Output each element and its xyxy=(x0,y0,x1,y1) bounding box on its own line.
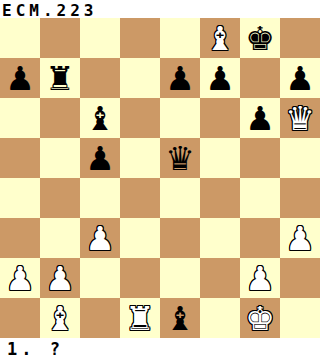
square-h3[interactable]: ♟ xyxy=(280,218,320,258)
square-g1[interactable]: ♚ xyxy=(240,298,280,338)
square-h6[interactable]: ♛ xyxy=(280,98,320,138)
square-d5[interactable] xyxy=(120,138,160,178)
square-e3[interactable] xyxy=(160,218,200,258)
piece-black-bishop-e1: ♝ xyxy=(160,298,200,338)
square-b4[interactable] xyxy=(40,178,80,218)
square-c5[interactable]: ♟ xyxy=(80,138,120,178)
square-a7[interactable]: ♟ xyxy=(0,58,40,98)
piece-white-pawn-h3: ♟ xyxy=(280,218,320,258)
square-d1[interactable]: ♜ xyxy=(120,298,160,338)
square-f6[interactable] xyxy=(200,98,240,138)
square-c4[interactable] xyxy=(80,178,120,218)
square-e1[interactable]: ♝ xyxy=(160,298,200,338)
square-a6[interactable] xyxy=(0,98,40,138)
square-g3[interactable] xyxy=(240,218,280,258)
square-e7[interactable]: ♟ xyxy=(160,58,200,98)
square-a1[interactable] xyxy=(0,298,40,338)
square-f3[interactable] xyxy=(200,218,240,258)
square-e8[interactable] xyxy=(160,18,200,58)
square-a4[interactable] xyxy=(0,178,40,218)
square-e6[interactable] xyxy=(160,98,200,138)
piece-black-pawn-e7: ♟ xyxy=(160,58,200,98)
square-e2[interactable] xyxy=(160,258,200,298)
square-a3[interactable] xyxy=(0,218,40,258)
square-c6[interactable]: ♝ xyxy=(80,98,120,138)
square-b2[interactable]: ♟ xyxy=(40,258,80,298)
square-f5[interactable] xyxy=(200,138,240,178)
square-a2[interactable]: ♟ xyxy=(0,258,40,298)
square-b1[interactable]: ♝ xyxy=(40,298,80,338)
square-f7[interactable]: ♟ xyxy=(200,58,240,98)
square-b8[interactable] xyxy=(40,18,80,58)
piece-white-king-g1: ♚ xyxy=(240,298,280,338)
square-g8[interactable]: ♚ xyxy=(240,18,280,58)
square-b3[interactable] xyxy=(40,218,80,258)
square-h5[interactable] xyxy=(280,138,320,178)
chess-board: ♝♚♟♜♟♟♟♝♟♛♟♛♟♟♟♟♟♝♜♝♚ xyxy=(0,18,320,338)
chess-program-screen: { "game": "chess", "title": "ECM.223", "… xyxy=(0,0,320,360)
piece-white-pawn-g2: ♟ xyxy=(240,258,280,298)
piece-white-pawn-c3: ♟ xyxy=(80,218,120,258)
square-d8[interactable] xyxy=(120,18,160,58)
piece-white-bishop-b1: ♝ xyxy=(40,298,80,338)
square-h2[interactable] xyxy=(280,258,320,298)
piece-white-pawn-b2: ♟ xyxy=(40,258,80,298)
square-d6[interactable] xyxy=(120,98,160,138)
piece-black-rook-b7: ♜ xyxy=(40,58,80,98)
move-prompt: 1. ? xyxy=(7,339,64,359)
piece-black-pawn-g6: ♟ xyxy=(240,98,280,138)
square-d4[interactable] xyxy=(120,178,160,218)
square-a8[interactable] xyxy=(0,18,40,58)
square-b6[interactable] xyxy=(40,98,80,138)
piece-black-pawn-a7: ♟ xyxy=(0,58,40,98)
square-f1[interactable] xyxy=(200,298,240,338)
square-c8[interactable] xyxy=(80,18,120,58)
piece-black-pawn-c5: ♟ xyxy=(80,138,120,178)
square-h4[interactable] xyxy=(280,178,320,218)
square-d3[interactable] xyxy=(120,218,160,258)
piece-black-pawn-f7: ♟ xyxy=(200,58,240,98)
square-e4[interactable] xyxy=(160,178,200,218)
square-h1[interactable] xyxy=(280,298,320,338)
piece-black-king-g8: ♚ xyxy=(240,18,280,58)
square-g4[interactable] xyxy=(240,178,280,218)
square-f8[interactable]: ♝ xyxy=(200,18,240,58)
piece-black-pawn-h7: ♟ xyxy=(280,58,320,98)
square-f4[interactable] xyxy=(200,178,240,218)
square-d2[interactable] xyxy=(120,258,160,298)
square-c7[interactable] xyxy=(80,58,120,98)
square-a5[interactable] xyxy=(0,138,40,178)
square-g7[interactable] xyxy=(240,58,280,98)
square-g2[interactable]: ♟ xyxy=(240,258,280,298)
piece-white-rook-d1: ♜ xyxy=(120,298,160,338)
square-e5[interactable]: ♛ xyxy=(160,138,200,178)
square-h8[interactable] xyxy=(280,18,320,58)
square-f2[interactable] xyxy=(200,258,240,298)
piece-white-bishop-f8: ♝ xyxy=(200,18,240,58)
piece-black-queen-e5: ♛ xyxy=(160,138,200,178)
square-c3[interactable]: ♟ xyxy=(80,218,120,258)
square-g5[interactable] xyxy=(240,138,280,178)
square-c2[interactable] xyxy=(80,258,120,298)
square-d7[interactable] xyxy=(120,58,160,98)
piece-white-pawn-a2: ♟ xyxy=(0,258,40,298)
square-g6[interactable]: ♟ xyxy=(240,98,280,138)
square-c1[interactable] xyxy=(80,298,120,338)
square-b5[interactable] xyxy=(40,138,80,178)
piece-white-queen-h6: ♛ xyxy=(280,98,320,138)
square-h7[interactable]: ♟ xyxy=(280,58,320,98)
square-b7[interactable]: ♜ xyxy=(40,58,80,98)
piece-black-bishop-c6: ♝ xyxy=(80,98,120,138)
